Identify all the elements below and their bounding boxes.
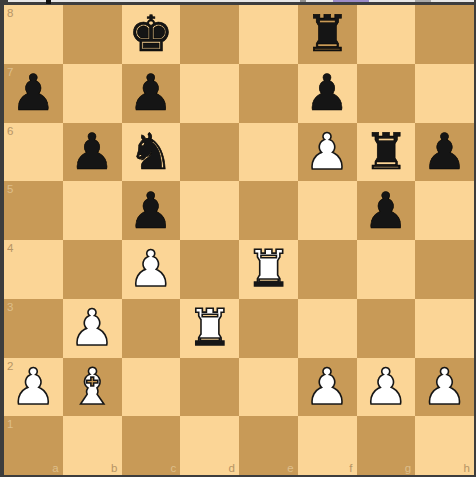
square-b3[interactable]: ♟ bbox=[63, 299, 122, 358]
square-f4[interactable] bbox=[298, 240, 357, 299]
piece-black-pawn[interactable]: ♟ bbox=[122, 181, 181, 240]
piece-white-rook[interactable]: ♜ bbox=[180, 299, 239, 358]
square-f1[interactable]: f bbox=[298, 416, 357, 475]
square-h5[interactable] bbox=[415, 181, 474, 240]
piece-white-pawn[interactable]: ♟ bbox=[298, 123, 357, 182]
square-e4[interactable]: ♜ bbox=[239, 240, 298, 299]
square-b6[interactable]: ♟ bbox=[63, 123, 122, 182]
square-b1[interactable]: b bbox=[63, 416, 122, 475]
piece-black-pawn[interactable]: ♟ bbox=[415, 123, 474, 182]
square-g5[interactable]: ♟ bbox=[357, 181, 416, 240]
square-b2[interactable]: ♝ bbox=[63, 358, 122, 417]
square-g4[interactable] bbox=[357, 240, 416, 299]
square-h8[interactable] bbox=[415, 5, 474, 64]
square-d7[interactable] bbox=[180, 64, 239, 123]
text-sliver-mark bbox=[300, 0, 306, 2]
square-h3[interactable] bbox=[415, 299, 474, 358]
piece-white-pawn[interactable]: ♟ bbox=[4, 358, 63, 417]
square-a5[interactable]: 5 bbox=[4, 181, 63, 240]
square-h6[interactable]: ♟ bbox=[415, 123, 474, 182]
piece-white-pawn[interactable]: ♟ bbox=[357, 358, 416, 417]
square-d1[interactable]: d bbox=[180, 416, 239, 475]
square-a6[interactable]: 6 bbox=[4, 123, 63, 182]
square-c2[interactable] bbox=[122, 358, 181, 417]
square-e6[interactable] bbox=[239, 123, 298, 182]
rank-label-4: 4 bbox=[7, 242, 13, 254]
piece-black-pawn[interactable]: ♟ bbox=[63, 123, 122, 182]
square-f3[interactable] bbox=[298, 299, 357, 358]
square-g3[interactable] bbox=[357, 299, 416, 358]
chess-board: 8♚♜7♟♟♟6♟♞♟♜♟5♟♟4♟♜3♟♜2♟♝♟♟♟1abcdefgh bbox=[4, 5, 474, 475]
text-sliver-mark bbox=[415, 0, 431, 2]
square-f5[interactable] bbox=[298, 181, 357, 240]
rank-label-5: 5 bbox=[7, 183, 13, 195]
square-d3[interactable]: ♜ bbox=[180, 299, 239, 358]
piece-black-pawn[interactable]: ♟ bbox=[122, 64, 181, 123]
piece-white-pawn[interactable]: ♟ bbox=[63, 299, 122, 358]
square-h4[interactable] bbox=[415, 240, 474, 299]
square-c4[interactable]: ♟ bbox=[122, 240, 181, 299]
square-e5[interactable] bbox=[239, 181, 298, 240]
piece-black-knight[interactable]: ♞ bbox=[122, 123, 181, 182]
square-f7[interactable]: ♟ bbox=[298, 64, 357, 123]
piece-black-rook[interactable]: ♜ bbox=[357, 123, 416, 182]
piece-black-pawn[interactable]: ♟ bbox=[357, 181, 416, 240]
square-g7[interactable] bbox=[357, 64, 416, 123]
piece-white-pawn[interactable]: ♟ bbox=[415, 358, 474, 417]
square-e8[interactable] bbox=[239, 5, 298, 64]
square-c3[interactable] bbox=[122, 299, 181, 358]
square-e2[interactable] bbox=[239, 358, 298, 417]
square-b5[interactable] bbox=[63, 181, 122, 240]
square-h1[interactable]: h bbox=[415, 416, 474, 475]
square-f6[interactable]: ♟ bbox=[298, 123, 357, 182]
square-g1[interactable]: g bbox=[357, 416, 416, 475]
piece-black-pawn[interactable]: ♟ bbox=[4, 64, 63, 123]
chess-board-screenshot: 8♚♜7♟♟♟6♟♞♟♜♟5♟♟4♟♜3♟♜2♟♝♟♟♟1abcdefgh bbox=[0, 0, 476, 477]
square-g2[interactable]: ♟ bbox=[357, 358, 416, 417]
piece-white-rook[interactable]: ♜ bbox=[239, 240, 298, 299]
square-e3[interactable] bbox=[239, 299, 298, 358]
piece-white-pawn[interactable]: ♟ bbox=[298, 358, 357, 417]
square-a4[interactable]: 4 bbox=[4, 240, 63, 299]
square-a3[interactable]: 3 bbox=[4, 299, 63, 358]
file-label-e: e bbox=[287, 462, 293, 474]
square-c5[interactable]: ♟ bbox=[122, 181, 181, 240]
square-b4[interactable] bbox=[63, 240, 122, 299]
square-d6[interactable] bbox=[180, 123, 239, 182]
cropped-text-sliver bbox=[8, 0, 474, 2]
square-c7[interactable]: ♟ bbox=[122, 64, 181, 123]
square-a8[interactable]: 8 bbox=[4, 5, 63, 64]
square-f2[interactable]: ♟ bbox=[298, 358, 357, 417]
square-d8[interactable] bbox=[180, 5, 239, 64]
square-d2[interactable] bbox=[180, 358, 239, 417]
square-g8[interactable] bbox=[357, 5, 416, 64]
file-label-g: g bbox=[405, 462, 411, 474]
file-label-c: c bbox=[171, 462, 177, 474]
file-label-h: h bbox=[464, 462, 470, 474]
piece-white-pawn[interactable]: ♟ bbox=[122, 240, 181, 299]
text-sliver-mark bbox=[333, 0, 369, 2]
file-label-f: f bbox=[349, 462, 352, 474]
square-c8[interactable]: ♚ bbox=[122, 5, 181, 64]
square-a2[interactable]: 2♟ bbox=[4, 358, 63, 417]
square-c6[interactable]: ♞ bbox=[122, 123, 181, 182]
file-label-d: d bbox=[229, 462, 235, 474]
square-e1[interactable]: e bbox=[239, 416, 298, 475]
piece-black-rook[interactable]: ♜ bbox=[298, 5, 357, 64]
square-c1[interactable]: c bbox=[122, 416, 181, 475]
text-sliver-mark bbox=[46, 0, 51, 4]
square-d5[interactable] bbox=[180, 181, 239, 240]
square-a7[interactable]: 7♟ bbox=[4, 64, 63, 123]
square-g6[interactable]: ♜ bbox=[357, 123, 416, 182]
piece-black-king[interactable]: ♚ bbox=[122, 5, 181, 64]
square-e7[interactable] bbox=[239, 64, 298, 123]
piece-white-bishop[interactable]: ♝ bbox=[63, 358, 122, 417]
square-a1[interactable]: 1a bbox=[4, 416, 63, 475]
square-d4[interactable] bbox=[180, 240, 239, 299]
rank-label-1: 1 bbox=[7, 418, 13, 430]
rank-label-3: 3 bbox=[7, 301, 13, 313]
square-h2[interactable]: ♟ bbox=[415, 358, 474, 417]
file-label-b: b bbox=[111, 462, 117, 474]
piece-black-pawn[interactable]: ♟ bbox=[298, 64, 357, 123]
rank-label-8: 8 bbox=[7, 7, 13, 19]
file-label-a: a bbox=[52, 462, 58, 474]
rank-label-6: 6 bbox=[7, 125, 13, 137]
square-f8[interactable]: ♜ bbox=[298, 5, 357, 64]
square-b8[interactable] bbox=[63, 5, 122, 64]
square-b7[interactable] bbox=[63, 64, 122, 123]
square-h7[interactable] bbox=[415, 64, 474, 123]
